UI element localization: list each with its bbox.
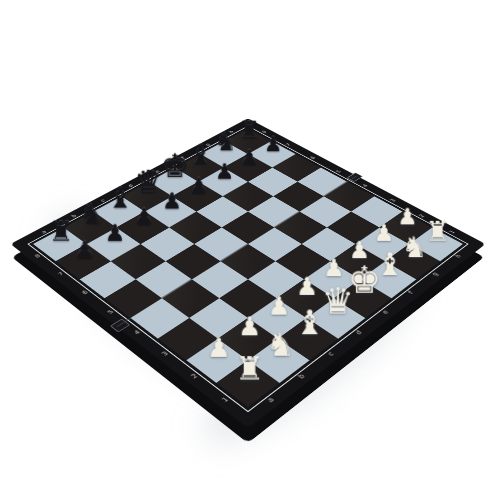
rank-label: 5 — [333, 169, 343, 175]
rank-label: 8 — [32, 253, 43, 260]
file-label: c — [326, 350, 336, 357]
rank-label: 7 — [55, 270, 67, 278]
file-label: h — [454, 253, 463, 259]
file-label: d — [354, 329, 364, 336]
rank-label: 3 — [159, 349, 172, 358]
product-photo: abcdefgh abcdefgh 87654321 87654321 ♜♞♝♛… — [0, 0, 500, 500]
rank-label: 1 — [218, 395, 232, 405]
rank-label: 2 — [188, 372, 201, 382]
rank-label: 6 — [308, 155, 318, 161]
chess-board: abcdefgh abcdefgh 87654321 87654321 ♜♞♝♛… — [10, 118, 485, 428]
rank-label: 5 — [104, 308, 116, 316]
file-label: g — [430, 271, 439, 277]
file-label: f — [406, 290, 416, 296]
board-field: ♜♞♝♛♚♝♞♜♟♟♟♟♟♟♟♟♟♟♟♟♟♟♟♟♜♞♝♛♚♝♞♜ — [33, 128, 463, 407]
piece-white-rook: ♜ — [228, 353, 273, 385]
piece-black-pawn: ♟ — [65, 239, 104, 263]
file-label: b — [297, 373, 307, 380]
file-label: a — [266, 396, 276, 404]
rank-label: 4 — [360, 183, 370, 189]
rank-label: 6 — [79, 289, 91, 297]
file-label: e — [381, 309, 391, 315]
rank-label: 4 — [131, 328, 144, 337]
